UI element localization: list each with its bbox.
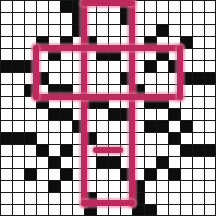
black-cell-r5-c0 [0, 60, 12, 72]
black-cell-r14-c2 [24, 168, 36, 180]
black-cell-r14-c12 [144, 168, 156, 180]
black-cell-r13-c9 [108, 156, 120, 168]
black-cell-r11-c2 [24, 132, 36, 144]
highlight-inner-dash [93, 147, 123, 153]
black-cell-r13-c13 [156, 156, 168, 168]
highlight-center-right-vertical [129, 0, 135, 207]
black-cell-r15-c4 [48, 180, 60, 192]
black-cell-r10-c12 [144, 120, 156, 132]
black-cell-r12-c3 [36, 144, 48, 156]
highlight-center-left-vertical [81, 0, 87, 207]
black-cell-r11-c1 [12, 132, 24, 144]
black-cell-r9-c5 [60, 108, 72, 120]
black-cell-r9-c4 [48, 108, 60, 120]
highlight-band-right-cap [177, 45, 183, 100]
black-cell-r2-c13 [156, 24, 168, 36]
black-cell-r12-c15 [180, 144, 192, 156]
highlight-band-bottom-horizontal [33, 94, 183, 100]
black-cell-r5-c1 [12, 60, 24, 72]
highlight-top-cap-horizontal [81, 0, 135, 6]
black-cell-r11-c0 [0, 132, 12, 144]
black-cell-r6-c17 [204, 72, 216, 84]
black-cell-r10-c15 [180, 120, 192, 132]
highlight-band-left-cap [33, 45, 39, 100]
black-cell-r9-c14 [168, 108, 180, 120]
black-cell-r14-c14 [168, 168, 180, 180]
black-cell-r12-c16 [192, 144, 204, 156]
black-cell-r10-c13 [156, 120, 168, 132]
black-cell-r13-c4 [48, 156, 60, 168]
black-cell-r9-c9 [108, 108, 120, 120]
black-cell-r14-c5 [60, 168, 72, 180]
black-cell-r0-c5 [60, 0, 72, 12]
crossword-board[interactable] [0, 0, 216, 216]
black-cell-r12-c17 [204, 144, 216, 156]
black-cell-r5-c12 [144, 60, 156, 72]
highlight-bottom-cap-horizontal [81, 200, 135, 206]
black-cell-r11-c14 [168, 132, 180, 144]
black-cell-r17-c12 [144, 204, 156, 216]
highlight-band-top-horizontal [33, 45, 183, 51]
black-cell-r6-c16 [192, 72, 204, 84]
black-cell-r13-c8 [96, 156, 108, 168]
black-cell-r12-c5 [60, 144, 72, 156]
